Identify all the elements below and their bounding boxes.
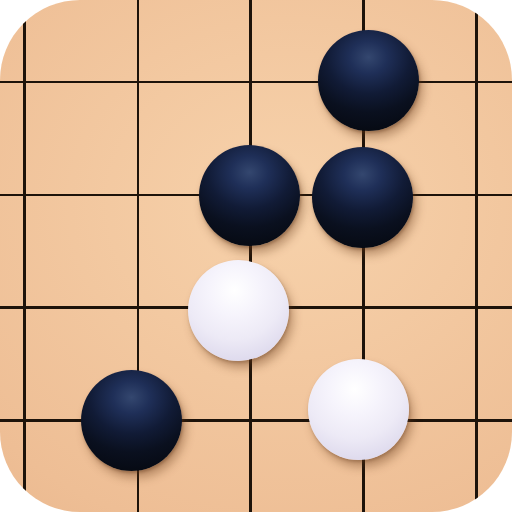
stone-glyph: ○	[200, 267, 275, 353]
go-stone-black[interactable]: ●	[199, 145, 300, 246]
go-stone-white[interactable]: ○	[308, 359, 409, 460]
go-stone-black[interactable]: ●	[318, 30, 419, 131]
go-stone-black[interactable]: ●	[312, 147, 413, 248]
app-icon[interactable]: ●●●○●○	[0, 0, 512, 512]
stone-glyph: ●	[324, 154, 399, 240]
go-stone-black[interactable]: ●	[81, 370, 182, 471]
stones-grid: ●●●○●○	[0, 26, 512, 478]
stone-glyph: ●	[211, 152, 286, 238]
stone-glyph: ●	[93, 377, 168, 463]
stone-glyph: ●	[330, 37, 405, 123]
stone-glyph: ○	[320, 366, 395, 452]
go-stone-white[interactable]: ○	[188, 260, 289, 361]
go-board[interactable]: ●●●○●○	[0, 0, 512, 512]
